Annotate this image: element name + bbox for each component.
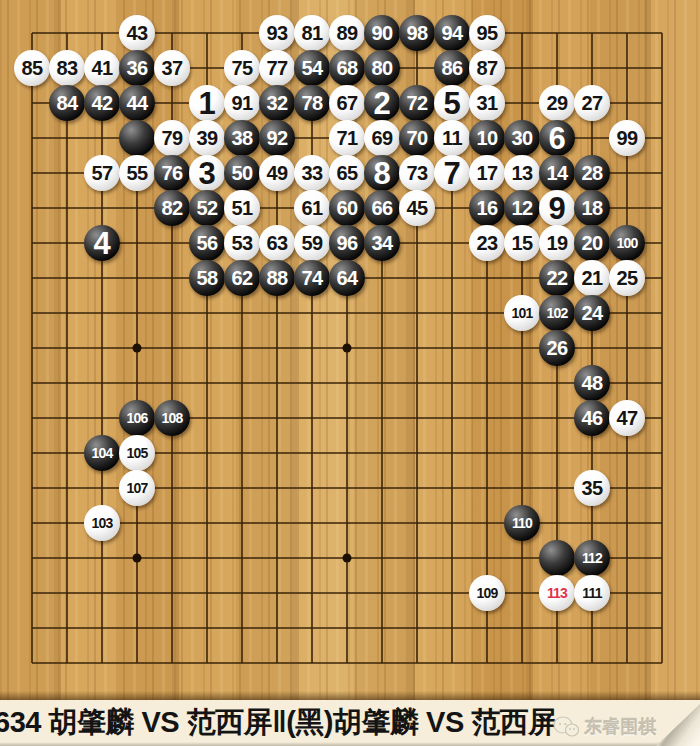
stone-33: 33	[294, 155, 330, 191]
go-game-viewer: 4393818990989495858341363775775468808687…	[0, 0, 700, 746]
stone-84: 84	[49, 85, 85, 121]
stone-68: 68	[329, 50, 365, 86]
stone-81: 81	[294, 15, 330, 51]
stone-65: 65	[329, 155, 365, 191]
stone-91: 91	[224, 85, 260, 121]
stone-44: 44	[119, 85, 155, 121]
stone-63: 63	[259, 225, 295, 261]
stone-49: 49	[259, 155, 295, 191]
stone-13: 13	[504, 155, 540, 191]
stone-55: 55	[119, 155, 155, 191]
stone-67: 67	[329, 85, 365, 121]
stone-53: 53	[224, 225, 260, 261]
stone-14: 14	[539, 155, 575, 191]
stone-95: 95	[469, 15, 505, 51]
stone-21: 21	[574, 260, 610, 296]
stone-85: 85	[14, 50, 50, 86]
stone-25: 25	[609, 260, 645, 296]
stone-71: 71	[329, 120, 365, 156]
stone-50: 50	[224, 155, 260, 191]
game-title: 634 胡肇麟 VS 范西屏‖(黑)胡肇麟 VS 范西屏	[0, 703, 557, 743]
stone-3: 3	[189, 155, 225, 191]
stone-7: 7	[434, 155, 470, 191]
stone-64: 64	[329, 260, 365, 296]
stone-52: 52	[189, 190, 225, 226]
stone-15: 15	[504, 225, 540, 261]
stone-66: 66	[364, 190, 400, 226]
stone-106: 106	[119, 400, 155, 436]
stone-70: 70	[399, 120, 435, 156]
stone-113: 113	[539, 575, 575, 611]
stone-111: 111	[574, 575, 610, 611]
setup-stone	[539, 540, 575, 576]
stone-20: 20	[574, 225, 610, 261]
stone-26: 26	[539, 330, 575, 366]
stone-103: 103	[84, 505, 120, 541]
stone-107: 107	[119, 470, 155, 506]
stone-43: 43	[119, 15, 155, 51]
stone-45: 45	[399, 190, 435, 226]
stone-38: 38	[224, 120, 260, 156]
stone-47: 47	[609, 400, 645, 436]
stone-57: 57	[84, 155, 120, 191]
stone-30: 30	[504, 120, 540, 156]
stone-83: 83	[49, 50, 85, 86]
stone-56: 56	[189, 225, 225, 261]
stone-112: 112	[574, 540, 610, 576]
stone-10: 10	[469, 120, 505, 156]
stone-42: 42	[84, 85, 120, 121]
stone-75: 75	[224, 50, 260, 86]
stone-93: 93	[259, 15, 295, 51]
stone-77: 77	[259, 50, 295, 86]
stone-54: 54	[294, 50, 330, 86]
setup-stone	[119, 120, 155, 156]
stone-76: 76	[154, 155, 190, 191]
stone-23: 23	[469, 225, 505, 261]
stone-32: 32	[259, 85, 295, 121]
stone-2: 2	[364, 85, 400, 121]
stone-87: 87	[469, 50, 505, 86]
stone-12: 12	[504, 190, 540, 226]
stone-102: 102	[539, 295, 575, 331]
stone-98: 98	[399, 15, 435, 51]
stone-78: 78	[294, 85, 330, 121]
stone-29: 29	[539, 85, 575, 121]
stone-27: 27	[574, 85, 610, 121]
stone-9: 9	[539, 190, 575, 226]
stone-89: 89	[329, 15, 365, 51]
stone-39: 39	[189, 120, 225, 156]
stone-101: 101	[504, 295, 540, 331]
stone-73: 73	[399, 155, 435, 191]
stone-108: 108	[154, 400, 190, 436]
stone-4: 4	[84, 225, 120, 261]
stone-58: 58	[189, 260, 225, 296]
stone-92: 92	[259, 120, 295, 156]
stone-110: 110	[504, 505, 540, 541]
stone-79: 79	[154, 120, 190, 156]
stone-41: 41	[84, 50, 120, 86]
stone-88: 88	[259, 260, 295, 296]
stone-16: 16	[469, 190, 505, 226]
stone-105: 105	[119, 435, 155, 471]
stone-24: 24	[574, 295, 610, 331]
stone-80: 80	[364, 50, 400, 86]
stone-8: 8	[364, 155, 400, 191]
stone-48: 48	[574, 365, 610, 401]
stone-35: 35	[574, 470, 610, 506]
stone-19: 19	[539, 225, 575, 261]
stone-37: 37	[154, 50, 190, 86]
stone-6: 6	[539, 120, 575, 156]
stone-74: 74	[294, 260, 330, 296]
stone-36: 36	[119, 50, 155, 86]
stone-72: 72	[399, 85, 435, 121]
stone-18: 18	[574, 190, 610, 226]
stone-51: 51	[224, 190, 260, 226]
stone-104: 104	[84, 435, 120, 471]
stone-86: 86	[434, 50, 470, 86]
stone-31: 31	[469, 85, 505, 121]
stone-90: 90	[364, 15, 400, 51]
stone-69: 69	[364, 120, 400, 156]
stones-layer: 4393818990989495858341363775775468808687…	[15, 16, 680, 681]
stone-100: 100	[609, 225, 645, 261]
go-board[interactable]: 4393818990989495858341363775775468808687…	[0, 0, 700, 700]
stone-96: 96	[329, 225, 365, 261]
stone-60: 60	[329, 190, 365, 226]
stone-62: 62	[224, 260, 260, 296]
stone-94: 94	[434, 15, 470, 51]
stone-59: 59	[294, 225, 330, 261]
stone-11: 11	[434, 120, 470, 156]
stone-46: 46	[574, 400, 610, 436]
caption-bar: 634 胡肇麟 VS 范西屏‖(黑)胡肇麟 VS 范西屏	[0, 700, 700, 746]
stone-34: 34	[364, 225, 400, 261]
stone-28: 28	[574, 155, 610, 191]
stone-17: 17	[469, 155, 505, 191]
stone-82: 82	[154, 190, 190, 226]
stone-61: 61	[294, 190, 330, 226]
stone-22: 22	[539, 260, 575, 296]
stone-99: 99	[609, 120, 645, 156]
stone-1: 1	[189, 85, 225, 121]
stone-5: 5	[434, 85, 470, 121]
stone-109: 109	[469, 575, 505, 611]
